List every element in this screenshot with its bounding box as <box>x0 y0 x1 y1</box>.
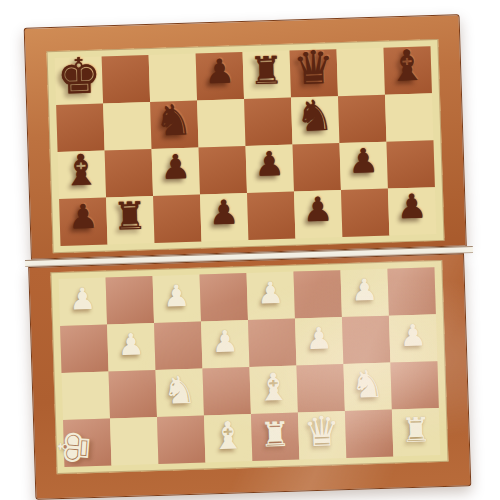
black-knight-c7-piece: ♞ <box>154 98 193 142</box>
square-b5: ♜ <box>106 196 154 244</box>
square-b4 <box>106 276 154 324</box>
white-pawn-d3-piece: ♟ <box>211 326 239 357</box>
square-a8: ♚ <box>55 57 103 105</box>
square-h1: ♜ <box>392 408 440 456</box>
square-e3 <box>248 319 296 367</box>
square-h4 <box>387 267 435 315</box>
square-a4: ♟ <box>59 278 107 326</box>
square-g5 <box>341 189 389 237</box>
black-pawn-d5-piece: ♟ <box>208 195 239 230</box>
square-a1: ♚ <box>63 418 111 466</box>
square-f3: ♟ <box>295 317 343 365</box>
white-pawn-a4-piece: ♟ <box>69 283 97 314</box>
board-top-half: ♚♟♜♛♝♞♞♝♟♟♟♟♜♟♟♟ <box>24 14 467 260</box>
square-f5: ♟ <box>294 190 342 238</box>
white-pawn-e4-piece: ♟ <box>257 277 285 308</box>
square-g6: ♟ <box>339 142 387 190</box>
square-g2: ♞ <box>343 363 391 411</box>
chess-board: ♚♟♜♛♝♞♞♝♟♟♟♟♜♟♟♟ ♟♟♟♟♟♟♟♟♞♝♞♚♝♜♛♜ <box>24 14 475 499</box>
square-g7 <box>338 95 386 143</box>
square-b3: ♟ <box>107 323 155 371</box>
white-bishop-e2-piece: ♝ <box>256 367 291 406</box>
top-grid: ♚♟♜♛♝♞♞♝♟♟♟♟♜♟♟♟ <box>55 46 437 246</box>
product-photo-chess-set: ♚♟♜♛♝♞♞♝♟♟♟♟♜♟♟♟ ♟♟♟♟♟♟♟♟♞♝♞♚♝♜♛♜ <box>0 0 500 500</box>
black-pawn-f5-piece: ♟ <box>302 192 333 227</box>
square-b7 <box>103 102 151 150</box>
square-h7 <box>385 93 433 141</box>
square-g8 <box>337 48 385 96</box>
square-c7: ♞ <box>150 101 198 149</box>
square-g4: ♟ <box>340 269 388 317</box>
square-f6 <box>292 143 340 191</box>
square-c6: ♟ <box>152 148 200 196</box>
black-king-a8-piece: ♚ <box>56 50 102 101</box>
square-a6: ♝ <box>58 150 106 198</box>
square-e6: ♟ <box>246 145 294 193</box>
square-b1 <box>110 417 158 465</box>
square-g1 <box>345 410 393 458</box>
square-d7 <box>197 99 245 147</box>
square-h5: ♟ <box>388 187 436 235</box>
square-e4: ♟ <box>247 272 295 320</box>
black-pawn-g6-piece: ♟ <box>348 144 379 179</box>
square-h3: ♟ <box>389 314 437 362</box>
white-knight-g2-piece: ♞ <box>350 364 385 403</box>
square-f1: ♛ <box>298 411 346 459</box>
square-g3 <box>342 316 390 364</box>
white-pawn-c4-piece: ♟ <box>163 280 191 311</box>
black-knight-f7-piece: ♞ <box>295 93 334 137</box>
white-bishop-d1-piece: ♝ <box>210 416 245 455</box>
square-f2 <box>296 364 344 412</box>
square-b2 <box>109 370 157 418</box>
black-bishop-h8-piece: ♝ <box>388 44 427 88</box>
white-rook-h1-piece: ♜ <box>400 412 432 447</box>
square-e7 <box>244 98 292 146</box>
square-h8: ♝ <box>383 46 431 94</box>
square-h6 <box>386 140 434 188</box>
square-h2 <box>390 361 438 409</box>
square-d3: ♟ <box>201 320 249 368</box>
top-half-inner-margin: ♚♟♜♛♝♞♞♝♟♟♟♟♜♟♟♟ <box>46 39 444 253</box>
black-pawn-d8-piece: ♟ <box>204 54 235 89</box>
board-bottom-half: ♟♟♟♟♟♟♟♟♞♝♞♚♝♜♛♜ <box>28 253 471 500</box>
square-f4 <box>293 270 341 318</box>
black-rook-e8-piece: ♜ <box>249 50 284 89</box>
square-e1: ♜ <box>251 413 299 461</box>
square-f7: ♞ <box>291 96 339 144</box>
square-c4: ♟ <box>153 275 201 323</box>
black-rook-b5-piece: ♜ <box>112 196 147 235</box>
square-c1 <box>157 415 205 463</box>
square-b6 <box>105 149 153 197</box>
white-rook-e1-piece: ♜ <box>259 416 291 451</box>
black-pawn-h5-piece: ♟ <box>396 189 427 224</box>
white-pawn-f3-piece: ♟ <box>305 323 333 354</box>
black-pawn-c6-piece: ♟ <box>160 149 191 184</box>
square-b8 <box>102 55 150 103</box>
square-c3 <box>154 322 202 370</box>
white-pawn-b3-piece: ♟ <box>117 329 145 360</box>
bottom-grid: ♟♟♟♟♟♟♟♟♞♝♞♚♝♜♛♜ <box>59 267 441 467</box>
square-c2: ♞ <box>156 369 204 417</box>
square-d4 <box>200 273 248 321</box>
white-pawn-g4-piece: ♟ <box>351 274 379 305</box>
square-e8: ♜ <box>243 51 291 99</box>
square-d1: ♝ <box>204 414 252 462</box>
square-d6 <box>199 146 247 194</box>
square-a5: ♟ <box>59 197 107 245</box>
square-e5 <box>247 192 295 240</box>
bottom-half-inner-margin: ♟♟♟♟♟♟♟♟♞♝♞♚♝♜♛♜ <box>50 260 448 474</box>
square-d5: ♟ <box>200 193 248 241</box>
square-d2 <box>202 367 250 415</box>
black-bishop-a6-piece: ♝ <box>62 148 101 192</box>
square-c5 <box>153 195 201 243</box>
square-a2 <box>62 371 110 419</box>
black-pawn-a5-piece: ♟ <box>68 199 99 234</box>
square-d8: ♟ <box>196 52 244 100</box>
white-pawn-h3-piece: ♟ <box>399 320 427 351</box>
black-queen-f8-piece: ♛ <box>292 45 335 92</box>
white-queen-f1-piece: ♛ <box>303 411 341 453</box>
square-e2: ♝ <box>249 366 297 414</box>
white-knight-c2-piece: ♞ <box>162 370 197 409</box>
black-pawn-e6-piece: ♟ <box>254 147 285 182</box>
square-a3 <box>60 324 108 372</box>
white-king-a1-piece: ♚ <box>52 427 97 468</box>
